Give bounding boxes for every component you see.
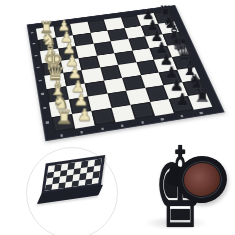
square-a3 xyxy=(91,108,115,126)
square-e7: ♟ xyxy=(149,45,171,59)
square-d2: ♟ xyxy=(63,70,85,86)
square-a2: ♟ xyxy=(72,111,95,129)
square-a7: ♟ xyxy=(169,96,194,113)
chess-board: ♜♟♟♜♞♟♟♞♝♟♟♝♚♟♟♚♛♟♟♛♝♟♟♝♞♟♟♞♜♟♟♜ xyxy=(27,5,225,141)
product-photo: ♜♟♟♜♞♟♟♞♝♟♟♝♚♟♟♚♛♟♟♛♝♟♟♝♞♟♟♞♜♟♟♜ ♚ xyxy=(0,0,235,235)
square-a6 xyxy=(150,99,174,116)
square-a5 xyxy=(130,102,154,119)
magnet-felt xyxy=(181,160,222,199)
square-b4 xyxy=(107,91,130,108)
folded-board xyxy=(30,155,115,219)
folded-board-badge xyxy=(26,147,118,235)
